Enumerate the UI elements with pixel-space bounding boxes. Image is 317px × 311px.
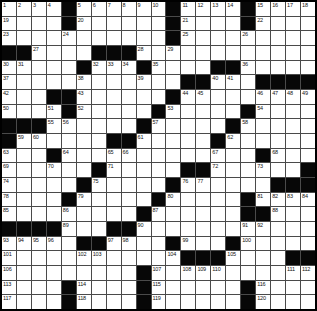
cell-r15c16[interactable] <box>226 207 240 221</box>
cell-r7c20[interactable]: 48 <box>286 90 300 104</box>
cell-r4c3[interactable]: 27 <box>32 46 46 60</box>
cell-r16c17[interactable]: 91 <box>241 222 255 236</box>
cell-r16c10[interactable]: 90 <box>137 222 151 236</box>
cell-r16c21[interactable] <box>301 222 315 236</box>
cell-r9c9[interactable] <box>122 119 136 133</box>
cell-r15c14[interactable] <box>196 207 210 221</box>
cell-r2c19[interactable] <box>271 17 285 31</box>
cell-r1c11[interactable]: 10 <box>152 2 166 16</box>
cell-r19c16[interactable] <box>226 266 240 280</box>
cell-r10c11[interactable] <box>152 134 166 148</box>
cell-r19c19[interactable] <box>271 266 285 280</box>
cell-r2c11[interactable] <box>152 17 166 31</box>
cell-r3c10[interactable] <box>137 31 151 45</box>
cell-r5c14[interactable] <box>196 61 210 75</box>
cell-r5c3[interactable] <box>32 61 46 75</box>
cell-r1c13[interactable]: 11 <box>181 2 195 16</box>
cell-r4c11[interactable] <box>152 46 166 60</box>
cell-r20c15[interactable] <box>211 281 225 295</box>
cell-r21c4[interactable] <box>47 295 61 309</box>
cell-r17c14[interactable] <box>196 237 210 251</box>
cell-r8c9[interactable] <box>122 105 136 119</box>
cell-r11c14[interactable] <box>196 149 210 163</box>
cell-r18c8[interactable] <box>107 251 121 265</box>
cell-r17c2[interactable]: 94 <box>17 237 31 251</box>
cell-r15c2[interactable] <box>17 207 31 221</box>
cell-r9c7[interactable] <box>92 119 106 133</box>
cell-r9c8[interactable] <box>107 119 121 133</box>
cell-r21c15[interactable] <box>211 295 225 309</box>
cell-r5c7[interactable]: 32 <box>92 61 106 75</box>
cell-r21c7[interactable] <box>92 295 106 309</box>
cell-r4c20[interactable] <box>286 46 300 60</box>
cell-r15c6[interactable] <box>77 207 91 221</box>
cell-r5c19[interactable] <box>271 61 285 75</box>
cell-r13c2[interactable] <box>17 178 31 192</box>
cell-r4c21[interactable] <box>301 46 315 60</box>
cell-r12c12[interactable] <box>166 163 180 177</box>
cell-r2c15[interactable] <box>211 17 225 31</box>
cell-r5c1[interactable]: 30 <box>2 61 16 75</box>
cell-r17c13[interactable]: 99 <box>181 237 195 251</box>
cell-r13c15[interactable] <box>211 178 225 192</box>
cell-r18c6[interactable]: 102 <box>77 251 91 265</box>
cell-r14c14[interactable] <box>196 193 210 207</box>
cell-r2c6[interactable]: 20 <box>77 17 91 31</box>
cell-r21c6[interactable]: 118 <box>77 295 91 309</box>
cell-r9c17[interactable]: 58 <box>241 119 255 133</box>
cell-r4c17[interactable] <box>241 46 255 60</box>
cell-r14c16[interactable] <box>226 193 240 207</box>
cell-r8c2[interactable] <box>17 105 31 119</box>
cell-r17c5[interactable] <box>62 237 76 251</box>
cell-r12c5[interactable] <box>62 163 76 177</box>
cell-r18c4[interactable] <box>47 251 61 265</box>
cell-r5c5[interactable] <box>62 61 76 75</box>
cell-r15c21[interactable] <box>301 207 315 221</box>
cell-r21c14[interactable] <box>196 295 210 309</box>
cell-r3c2[interactable] <box>17 31 31 45</box>
cell-r4c18[interactable] <box>256 46 270 60</box>
cell-r6c1[interactable]: 37 <box>2 75 16 89</box>
cell-r16c18[interactable]: 92 <box>256 222 270 236</box>
cell-r3c15[interactable] <box>211 31 225 45</box>
cell-r20c13[interactable] <box>181 281 195 295</box>
cell-r10c13[interactable] <box>181 134 195 148</box>
cell-r7c8[interactable] <box>107 90 121 104</box>
cell-r4c4[interactable] <box>47 46 61 60</box>
cell-r13c8[interactable] <box>107 178 121 192</box>
cell-r20c3[interactable] <box>32 281 46 295</box>
cell-r11c21[interactable] <box>301 149 315 163</box>
cell-r20c19[interactable] <box>271 281 285 295</box>
cell-r19c21[interactable]: 112 <box>301 266 315 280</box>
cell-r11c5[interactable]: 64 <box>62 149 76 163</box>
cell-r19c9[interactable] <box>122 266 136 280</box>
cell-r18c9[interactable] <box>122 251 136 265</box>
cell-r9c6[interactable] <box>77 119 91 133</box>
cell-r8c15[interactable] <box>211 105 225 119</box>
cell-r1c21[interactable]: 18 <box>301 2 315 16</box>
cell-r10c14[interactable] <box>196 134 210 148</box>
cell-r17c4[interactable]: 96 <box>47 237 61 251</box>
cell-r3c1[interactable]: 23 <box>2 31 16 45</box>
cell-r8c3[interactable] <box>32 105 46 119</box>
cell-r20c8[interactable] <box>107 281 121 295</box>
cell-r5c11[interactable]: 35 <box>152 61 166 75</box>
cell-r17c9[interactable]: 98 <box>122 237 136 251</box>
cell-r3c21[interactable] <box>301 31 315 45</box>
cell-r14c18[interactable]: 81 <box>256 193 270 207</box>
cell-r20c6[interactable]: 114 <box>77 281 91 295</box>
cell-r19c1[interactable]: 106 <box>2 266 16 280</box>
cell-r20c21[interactable] <box>301 281 315 295</box>
cell-r8c19[interactable] <box>271 105 285 119</box>
cell-r11c17[interactable] <box>241 149 255 163</box>
cell-r1c4[interactable]: 4 <box>47 2 61 16</box>
cell-r9c13[interactable] <box>181 119 195 133</box>
cell-r12c16[interactable] <box>226 163 240 177</box>
cell-r19c15[interactable]: 110 <box>211 266 225 280</box>
cell-r7c11[interactable] <box>152 90 166 104</box>
cell-r6c17[interactable] <box>241 75 255 89</box>
cell-r21c3[interactable] <box>32 295 46 309</box>
cell-r11c8[interactable]: 65 <box>107 149 121 163</box>
cell-r9c18[interactable] <box>256 119 270 133</box>
cell-r1c7[interactable]: 6 <box>92 2 106 16</box>
cell-r13c7[interactable]: 75 <box>92 178 106 192</box>
cell-r21c13[interactable] <box>181 295 195 309</box>
cell-r12c10[interactable] <box>137 163 151 177</box>
cell-r11c1[interactable]: 63 <box>2 149 16 163</box>
cell-r10c7[interactable] <box>92 134 106 148</box>
cell-r13c16[interactable] <box>226 178 240 192</box>
cell-r3c3[interactable] <box>32 31 46 45</box>
cell-r18c5[interactable] <box>62 251 76 265</box>
cell-r7c6[interactable]: 43 <box>77 90 91 104</box>
cell-r9c21[interactable] <box>301 119 315 133</box>
cell-r5c13[interactable] <box>181 61 195 75</box>
cell-r10c3[interactable]: 60 <box>32 134 46 148</box>
cell-r17c20[interactable] <box>286 237 300 251</box>
cell-r19c4[interactable] <box>47 266 61 280</box>
cell-r17c3[interactable]: 95 <box>32 237 46 251</box>
cell-r10c19[interactable] <box>271 134 285 148</box>
cell-r11c16[interactable] <box>226 149 240 163</box>
cell-r9c5[interactable]: 56 <box>62 119 76 133</box>
cell-r8c12[interactable]: 53 <box>166 105 180 119</box>
cell-r6c7[interactable] <box>92 75 106 89</box>
cell-r13c10[interactable] <box>137 178 151 192</box>
cell-r15c15[interactable] <box>211 207 225 221</box>
cell-r19c3[interactable] <box>32 266 46 280</box>
cell-r21c8[interactable] <box>107 295 121 309</box>
cell-r12c20[interactable] <box>286 163 300 177</box>
cell-r3c13[interactable]: 25 <box>181 31 195 45</box>
cell-r7c19[interactable]: 47 <box>271 90 285 104</box>
cell-r21c19[interactable] <box>271 295 285 309</box>
cell-r1c20[interactable]: 17 <box>286 2 300 16</box>
cell-r20c9[interactable] <box>122 281 136 295</box>
cell-r7c2[interactable] <box>17 90 31 104</box>
cell-r2c13[interactable]: 21 <box>181 17 195 31</box>
cell-r19c6[interactable] <box>77 266 91 280</box>
cell-r10c20[interactable] <box>286 134 300 148</box>
cell-r8c4[interactable]: 51 <box>47 105 61 119</box>
cell-r17c11[interactable] <box>152 237 166 251</box>
cell-r20c2[interactable] <box>17 281 31 295</box>
cell-r19c11[interactable]: 107 <box>152 266 166 280</box>
cell-r10c12[interactable] <box>166 134 180 148</box>
cell-r19c8[interactable] <box>107 266 121 280</box>
cell-r1c8[interactable]: 7 <box>107 2 121 16</box>
cell-r16c20[interactable] <box>286 222 300 236</box>
cell-r13c5[interactable] <box>62 178 76 192</box>
cell-r11c15[interactable]: 67 <box>211 149 225 163</box>
cell-r11c10[interactable] <box>137 149 151 163</box>
cell-r5c2[interactable]: 31 <box>17 61 31 75</box>
cell-r21c2[interactable] <box>17 295 31 309</box>
cell-r17c1[interactable]: 93 <box>2 237 16 251</box>
cell-r4c6[interactable] <box>77 46 91 60</box>
cell-r6c11[interactable] <box>152 75 166 89</box>
cell-r17c17[interactable]: 100 <box>241 237 255 251</box>
cell-r14c4[interactable] <box>47 193 61 207</box>
cell-r2c8[interactable] <box>107 17 121 31</box>
cell-r16c13[interactable] <box>181 222 195 236</box>
cell-r17c21[interactable] <box>301 237 315 251</box>
cell-r9c19[interactable] <box>271 119 285 133</box>
cell-r11c3[interactable] <box>32 149 46 163</box>
cell-r1c6[interactable]: 5 <box>77 2 91 16</box>
cell-r11c2[interactable] <box>17 149 31 163</box>
cell-r14c10[interactable] <box>137 193 151 207</box>
cell-r11c12[interactable] <box>166 149 180 163</box>
cell-r3c14[interactable] <box>196 31 210 45</box>
cell-r14c15[interactable] <box>211 193 225 207</box>
cell-r15c20[interactable] <box>286 207 300 221</box>
cell-r15c12[interactable] <box>166 207 180 221</box>
cell-r18c18[interactable] <box>256 251 270 265</box>
cell-r8c16[interactable] <box>226 105 240 119</box>
cell-r9c12[interactable] <box>166 119 180 133</box>
cell-r7c15[interactable] <box>211 90 225 104</box>
cell-r4c10[interactable]: 28 <box>137 46 151 60</box>
cell-r16c11[interactable] <box>152 222 166 236</box>
cell-r19c20[interactable]: 111 <box>286 266 300 280</box>
cell-r13c3[interactable] <box>32 178 46 192</box>
cell-r1c10[interactable]: 9 <box>137 2 151 16</box>
cell-r8c20[interactable] <box>286 105 300 119</box>
cell-r12c2[interactable] <box>17 163 31 177</box>
cell-r6c10[interactable]: 39 <box>137 75 151 89</box>
cell-r7c14[interactable]: 45 <box>196 90 210 104</box>
cell-r2c2[interactable] <box>17 17 31 31</box>
cell-r9c20[interactable] <box>286 119 300 133</box>
cell-r11c9[interactable]: 66 <box>122 149 136 163</box>
cell-r13c17[interactable] <box>241 178 255 192</box>
cell-r17c15[interactable] <box>211 237 225 251</box>
cell-r16c15[interactable] <box>211 222 225 236</box>
cell-r2c9[interactable] <box>122 17 136 31</box>
cell-r10c2[interactable]: 59 <box>17 134 31 148</box>
cell-r19c13[interactable]: 108 <box>181 266 195 280</box>
cell-r2c20[interactable] <box>286 17 300 31</box>
cell-r2c10[interactable] <box>137 17 151 31</box>
cell-r5c17[interactable]: 36 <box>241 61 255 75</box>
cell-r3c20[interactable] <box>286 31 300 45</box>
cell-r18c3[interactable] <box>32 251 46 265</box>
cell-r2c16[interactable] <box>226 17 240 31</box>
cell-r2c14[interactable] <box>196 17 210 31</box>
cell-r8c10[interactable] <box>137 105 151 119</box>
cell-r1c2[interactable]: 2 <box>17 2 31 16</box>
cell-r3c19[interactable] <box>271 31 285 45</box>
cell-r5c12[interactable] <box>166 61 180 75</box>
cell-r14c9[interactable] <box>122 193 136 207</box>
cell-r2c4[interactable] <box>47 17 61 31</box>
cell-r20c12[interactable] <box>166 281 180 295</box>
cell-r14c7[interactable] <box>92 193 106 207</box>
cell-r7c9[interactable] <box>122 90 136 104</box>
cell-r1c9[interactable]: 8 <box>122 2 136 16</box>
cell-r15c4[interactable] <box>47 207 61 221</box>
cell-r6c8[interactable] <box>107 75 121 89</box>
cell-r11c11[interactable] <box>152 149 166 163</box>
cell-r6c5[interactable] <box>62 75 76 89</box>
cell-r5c8[interactable]: 33 <box>107 61 121 75</box>
cell-r11c20[interactable] <box>286 149 300 163</box>
cell-r12c15[interactable]: 72 <box>211 163 225 177</box>
cell-r21c12[interactable] <box>166 295 180 309</box>
cell-r2c3[interactable] <box>32 17 46 31</box>
cell-r14c19[interactable]: 82 <box>271 193 285 207</box>
cell-r14c12[interactable]: 80 <box>166 193 180 207</box>
cell-r10c5[interactable] <box>62 134 76 148</box>
cell-r14c21[interactable]: 84 <box>301 193 315 207</box>
cell-r16c12[interactable] <box>166 222 180 236</box>
cell-r6c6[interactable]: 38 <box>77 75 91 89</box>
cell-r2c18[interactable]: 22 <box>256 17 270 31</box>
cell-r18c11[interactable] <box>152 251 166 265</box>
cell-r7c13[interactable]: 44 <box>181 90 195 104</box>
cell-r21c9[interactable] <box>122 295 136 309</box>
cell-r8c7[interactable] <box>92 105 106 119</box>
cell-r8c14[interactable] <box>196 105 210 119</box>
cell-r2c7[interactable] <box>92 17 106 31</box>
cell-r15c11[interactable]: 87 <box>152 207 166 221</box>
cell-r7c17[interactable] <box>241 90 255 104</box>
cell-r8c6[interactable]: 52 <box>77 105 91 119</box>
cell-r4c5[interactable] <box>62 46 76 60</box>
cell-r14c1[interactable]: 78 <box>2 193 16 207</box>
cell-r18c1[interactable]: 101 <box>2 251 16 265</box>
cell-r16c7[interactable] <box>92 222 106 236</box>
cell-r1c15[interactable]: 13 <box>211 2 225 16</box>
cell-r16c14[interactable] <box>196 222 210 236</box>
cell-r3c8[interactable] <box>107 31 121 45</box>
cell-r6c15[interactable]: 40 <box>211 75 225 89</box>
cell-r7c18[interactable]: 46 <box>256 90 270 104</box>
cell-r6c12[interactable] <box>166 75 180 89</box>
cell-r11c19[interactable]: 68 <box>271 149 285 163</box>
cell-r9c4[interactable]: 55 <box>47 119 61 133</box>
cell-r15c8[interactable] <box>107 207 121 221</box>
cell-r13c18[interactable] <box>256 178 270 192</box>
cell-r20c18[interactable]: 116 <box>256 281 270 295</box>
cell-r14c3[interactable] <box>32 193 46 207</box>
cell-r10c16[interactable]: 62 <box>226 134 240 148</box>
cell-r18c7[interactable]: 103 <box>92 251 106 265</box>
cell-r7c16[interactable] <box>226 90 240 104</box>
cell-r1c1[interactable]: 1 <box>2 2 16 16</box>
cell-r6c9[interactable] <box>122 75 136 89</box>
cell-r14c6[interactable]: 79 <box>77 193 91 207</box>
cell-r17c10[interactable] <box>137 237 151 251</box>
cell-r14c2[interactable] <box>17 193 31 207</box>
cell-r7c10[interactable] <box>137 90 151 104</box>
cell-r19c14[interactable]: 109 <box>196 266 210 280</box>
cell-r3c5[interactable]: 24 <box>62 31 76 45</box>
cell-r2c1[interactable]: 19 <box>2 17 16 31</box>
cell-r11c13[interactable] <box>181 149 195 163</box>
cell-r6c16[interactable]: 41 <box>226 75 240 89</box>
cell-r21c21[interactable] <box>301 295 315 309</box>
cell-r17c8[interactable]: 97 <box>107 237 121 251</box>
cell-r19c2[interactable] <box>17 266 31 280</box>
cell-r12c19[interactable] <box>271 163 285 177</box>
cell-r1c14[interactable]: 12 <box>196 2 210 16</box>
cell-r3c11[interactable] <box>152 31 166 45</box>
cell-r18c17[interactable] <box>241 251 255 265</box>
cell-r21c1[interactable]: 117 <box>2 295 16 309</box>
cell-r12c8[interactable]: 71 <box>107 163 121 177</box>
cell-r15c13[interactable] <box>181 207 195 221</box>
cell-r3c4[interactable] <box>47 31 61 45</box>
cell-r5c18[interactable] <box>256 61 270 75</box>
cell-r20c7[interactable] <box>92 281 106 295</box>
cell-r10c6[interactable] <box>77 134 91 148</box>
cell-r13c4[interactable] <box>47 178 61 192</box>
cell-r12c4[interactable]: 70 <box>47 163 61 177</box>
cell-r16c6[interactable] <box>77 222 91 236</box>
cell-r19c12[interactable] <box>166 266 180 280</box>
cell-r3c16[interactable] <box>226 31 240 45</box>
cell-r18c2[interactable] <box>17 251 31 265</box>
cell-r20c20[interactable] <box>286 281 300 295</box>
cell-r6c3[interactable] <box>32 75 46 89</box>
cell-r10c17[interactable] <box>241 134 255 148</box>
cell-r18c10[interactable] <box>137 251 151 265</box>
cell-r1c3[interactable]: 3 <box>32 2 46 16</box>
cell-r5c4[interactable] <box>47 61 61 75</box>
cell-r11c7[interactable] <box>92 149 106 163</box>
cell-r18c19[interactable] <box>271 251 285 265</box>
cell-r10c4[interactable] <box>47 134 61 148</box>
cell-r4c19[interactable] <box>271 46 285 60</box>
cell-r20c14[interactable] <box>196 281 210 295</box>
cell-r3c6[interactable] <box>77 31 91 45</box>
cell-r17c19[interactable] <box>271 237 285 251</box>
cell-r19c17[interactable] <box>241 266 255 280</box>
cell-r12c11[interactable] <box>152 163 166 177</box>
cell-r7c3[interactable] <box>32 90 46 104</box>
cell-r12c1[interactable]: 69 <box>2 163 16 177</box>
cell-r7c1[interactable]: 42 <box>2 90 16 104</box>
cell-r15c3[interactable] <box>32 207 46 221</box>
cell-r4c13[interactable] <box>181 46 195 60</box>
cell-r15c19[interactable]: 88 <box>271 207 285 221</box>
